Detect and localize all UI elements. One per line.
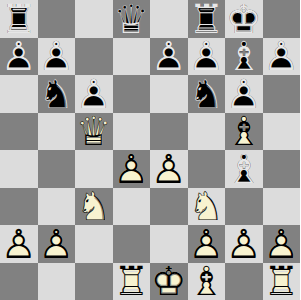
black-knight-outline-icon: ♘ [188,75,226,113]
piece-white-bishop[interactable]: ♝♗ [225,113,263,151]
piece-black-pawn[interactable]: ♟♙ [188,38,226,76]
white-pawn-icon: ♟ [188,225,226,263]
square-c4[interactable] [75,150,113,188]
white-rook-icon: ♜ [263,263,301,300]
black-bishop-outline-icon: ♗ [225,150,263,188]
white-pawn-icon: ♟ [225,225,263,263]
piece-white-knight[interactable]: ♞♘ [75,188,113,226]
piece-white-knight[interactable]: ♞♘ [188,188,226,226]
square-a6[interactable] [0,75,38,113]
square-a1[interactable] [0,263,38,300]
black-pawn-icon: ♟ [225,75,263,113]
black-king-outline-icon: ♔ [225,0,263,38]
white-rook-icon: ♜ [113,263,151,300]
square-f7[interactable]: ♟♙ [188,38,226,76]
white-knight-icon: ♞ [75,188,113,226]
white-pawn-icon: ♟ [0,225,38,263]
white-pawn-icon: ♟ [113,150,151,188]
white-pawn-outline-icon: ♙ [113,150,151,188]
square-e7[interactable]: ♟♙ [150,38,188,76]
piece-white-bishop[interactable]: ♝♗ [188,263,226,300]
square-b8[interactable] [38,0,76,38]
piece-black-bishop[interactable]: ♝♗ [225,38,263,76]
piece-black-pawn[interactable]: ♟♙ [263,38,301,76]
white-pawn-outline-icon: ♙ [38,225,76,263]
white-queen-icon: ♛ [75,113,113,151]
square-h4[interactable] [263,150,301,188]
square-h1[interactable]: ♜♖ [263,263,301,300]
square-d1[interactable]: ♜♖ [113,263,151,300]
piece-white-pawn[interactable]: ♟♙ [113,150,151,188]
piece-white-pawn[interactable]: ♟♙ [263,225,301,263]
square-c7[interactable] [75,38,113,76]
square-g2[interactable]: ♟♙ [225,225,263,263]
square-b7[interactable]: ♟♙ [38,38,76,76]
black-pawn-outline-icon: ♙ [75,75,113,113]
white-bishop-icon: ♝ [225,113,263,151]
square-c6[interactable]: ♟♙ [75,75,113,113]
square-g3[interactable] [225,188,263,226]
square-c2[interactable] [75,225,113,263]
piece-white-rook[interactable]: ♜♖ [263,263,301,300]
square-f3[interactable]: ♞♘ [188,188,226,226]
square-h7[interactable]: ♟♙ [263,38,301,76]
square-d6[interactable] [113,75,151,113]
white-knight-outline-icon: ♘ [75,188,113,226]
white-rook-outline-icon: ♖ [263,263,301,300]
white-rook-outline-icon: ♖ [113,263,151,300]
white-king-outline-icon: ♔ [150,263,188,300]
square-h3[interactable] [263,188,301,226]
black-bishop-outline-icon: ♗ [225,38,263,76]
piece-white-rook[interactable]: ♜♖ [113,263,151,300]
square-d7[interactable] [113,38,151,76]
square-a5[interactable] [0,113,38,151]
square-b6[interactable]: ♞♘ [38,75,76,113]
square-c1[interactable] [75,263,113,300]
white-pawn-icon: ♟ [38,225,76,263]
square-g7[interactable]: ♝♗ [225,38,263,76]
square-b5[interactable] [38,113,76,151]
black-pawn-outline-icon: ♙ [188,38,226,76]
square-b3[interactable] [38,188,76,226]
square-d2[interactable] [113,225,151,263]
square-e6[interactable] [150,75,188,113]
square-b4[interactable] [38,150,76,188]
black-pawn-icon: ♟ [0,38,38,76]
piece-black-pawn[interactable]: ♟♙ [75,75,113,113]
square-a7[interactable]: ♟♙ [0,38,38,76]
square-h2[interactable]: ♟♙ [263,225,301,263]
piece-black-pawn[interactable]: ♟♙ [150,38,188,76]
chess-board-diagram: ♜♖♛♕♜♖♚♔♟♙♟♙♟♙♟♙♝♗♟♙♞♘♟♙♞♘♟♙♛♕♝♗♟♙♟♙♝♗♞♘… [0,0,300,300]
piece-black-rook[interactable]: ♜♖ [0,0,38,38]
square-c8[interactable] [75,0,113,38]
square-g4[interactable]: ♝♗ [225,150,263,188]
piece-black-queen[interactable]: ♛♕ [113,0,151,38]
square-b1[interactable] [38,263,76,300]
square-a3[interactable] [0,188,38,226]
black-knight-icon: ♞ [188,75,226,113]
square-g6[interactable]: ♟♙ [225,75,263,113]
white-king-icon: ♚ [150,263,188,300]
square-c3[interactable]: ♞♘ [75,188,113,226]
square-f1[interactable]: ♝♗ [188,263,226,300]
piece-black-rook[interactable]: ♜♖ [188,0,226,38]
square-d8[interactable]: ♛♕ [113,0,151,38]
piece-white-pawn[interactable]: ♟♙ [225,225,263,263]
piece-black-king[interactable]: ♚♔ [225,0,263,38]
black-king-icon: ♚ [225,0,263,38]
black-pawn-outline-icon: ♙ [225,75,263,113]
piece-white-pawn[interactable]: ♟♙ [38,225,76,263]
square-g5[interactable]: ♝♗ [225,113,263,151]
piece-white-pawn[interactable]: ♟♙ [150,150,188,188]
black-pawn-outline-icon: ♙ [263,38,301,76]
square-f5[interactable] [188,113,226,151]
black-queen-outline-icon: ♕ [113,0,151,38]
square-f8[interactable]: ♜♖ [188,0,226,38]
black-knight-icon: ♞ [38,75,76,113]
black-bishop-icon: ♝ [225,38,263,76]
piece-white-king[interactable]: ♚♔ [150,263,188,300]
white-queen-outline-icon: ♕ [75,113,113,151]
piece-black-knight[interactable]: ♞♘ [188,75,226,113]
square-e5[interactable] [150,113,188,151]
white-knight-outline-icon: ♘ [188,188,226,226]
piece-white-pawn[interactable]: ♟♙ [188,225,226,263]
square-f2[interactable]: ♟♙ [188,225,226,263]
black-pawn-outline-icon: ♙ [0,38,38,76]
black-pawn-icon: ♟ [188,38,226,76]
black-pawn-icon: ♟ [75,75,113,113]
white-bishop-icon: ♝ [188,263,226,300]
white-pawn-outline-icon: ♙ [150,150,188,188]
square-a8[interactable]: ♜♖ [0,0,38,38]
chess-board: ♜♖♛♕♜♖♚♔♟♙♟♙♟♙♟♙♝♗♟♙♞♘♟♙♞♘♟♙♛♕♝♗♟♙♟♙♝♗♞♘… [0,0,300,300]
piece-black-pawn[interactable]: ♟♙ [0,38,38,76]
piece-white-pawn[interactable]: ♟♙ [0,225,38,263]
black-rook-outline-icon: ♖ [188,0,226,38]
square-f4[interactable] [188,150,226,188]
piece-black-pawn[interactable]: ♟♙ [225,75,263,113]
square-g1[interactable] [225,263,263,300]
piece-black-bishop[interactable]: ♝♗ [225,150,263,188]
black-rook-icon: ♜ [188,0,226,38]
square-h8[interactable] [263,0,301,38]
black-pawn-icon: ♟ [150,38,188,76]
white-knight-icon: ♞ [188,188,226,226]
square-f6[interactable]: ♞♘ [188,75,226,113]
white-pawn-icon: ♟ [150,150,188,188]
black-pawn-icon: ♟ [38,38,76,76]
square-e2[interactable] [150,225,188,263]
white-bishop-outline-icon: ♗ [188,263,226,300]
piece-black-knight[interactable]: ♞♘ [38,75,76,113]
black-knight-outline-icon: ♘ [38,75,76,113]
white-pawn-outline-icon: ♙ [188,225,226,263]
square-h5[interactable] [263,113,301,151]
piece-black-pawn[interactable]: ♟♙ [38,38,76,76]
square-a2[interactable]: ♟♙ [0,225,38,263]
square-b2[interactable]: ♟♙ [38,225,76,263]
square-d4[interactable]: ♟♙ [113,150,151,188]
square-e1[interactable]: ♚♔ [150,263,188,300]
square-a4[interactable] [0,150,38,188]
square-e3[interactable] [150,188,188,226]
square-d3[interactable] [113,188,151,226]
square-g8[interactable]: ♚♔ [225,0,263,38]
square-c5[interactable]: ♛♕ [75,113,113,151]
square-h6[interactable] [263,75,301,113]
white-pawn-outline-icon: ♙ [225,225,263,263]
square-e4[interactable]: ♟♙ [150,150,188,188]
black-rook-icon: ♜ [0,0,38,38]
white-pawn-outline-icon: ♙ [0,225,38,263]
square-e8[interactable] [150,0,188,38]
square-d5[interactable] [113,113,151,151]
black-bishop-icon: ♝ [225,150,263,188]
white-bishop-outline-icon: ♗ [225,113,263,151]
black-queen-icon: ♛ [113,0,151,38]
white-pawn-icon: ♟ [263,225,301,263]
black-pawn-outline-icon: ♙ [150,38,188,76]
black-rook-outline-icon: ♖ [0,0,38,38]
black-pawn-icon: ♟ [263,38,301,76]
white-pawn-outline-icon: ♙ [263,225,301,263]
piece-white-queen[interactable]: ♛♕ [75,113,113,151]
black-pawn-outline-icon: ♙ [38,38,76,76]
